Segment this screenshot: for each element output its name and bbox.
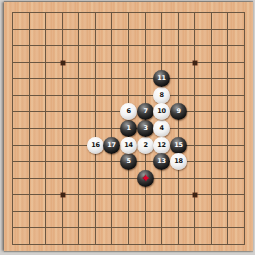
stone-white-14: 14 <box>120 137 137 154</box>
stone-black-13: 13 <box>153 153 170 170</box>
grid-line-vertical <box>227 12 228 245</box>
stone-white-6: 6 <box>120 103 137 120</box>
stone-black-7: 7 <box>137 103 154 120</box>
stone-white-12: 12 <box>153 137 170 154</box>
star-point <box>193 61 197 65</box>
move-number: 1 <box>126 125 130 132</box>
move-number: 13 <box>157 158 165 165</box>
stone-black-1: 1 <box>120 120 137 137</box>
stone-white-16: 16 <box>87 137 104 154</box>
move-number: 12 <box>157 142 165 149</box>
move-number: 18 <box>174 158 182 165</box>
stone-black-19: ✦ <box>137 170 154 187</box>
stone-white-2: 2 <box>137 137 154 154</box>
move-number: 14 <box>124 142 132 149</box>
move-number: 9 <box>176 108 180 115</box>
stone-black-11: 11 <box>153 70 170 87</box>
grid-line-horizontal <box>12 227 245 228</box>
stone-black-5: 5 <box>120 153 137 170</box>
move-number: 6 <box>126 108 130 115</box>
move-number: 15 <box>174 142 182 149</box>
last-move-marker-icon: ✦ <box>141 173 150 184</box>
stone-white-4: 4 <box>153 120 170 137</box>
star-point <box>61 61 65 65</box>
move-number: 5 <box>126 158 130 165</box>
grid-line-vertical <box>211 12 212 245</box>
stone-black-17: 17 <box>103 137 120 154</box>
grid-line-horizontal <box>12 244 245 245</box>
stone-white-10: 10 <box>153 103 170 120</box>
move-number: 2 <box>143 142 147 149</box>
move-number: 16 <box>91 142 99 149</box>
move-number: 17 <box>107 142 115 149</box>
star-point <box>193 193 197 197</box>
stone-black-15: 15 <box>170 137 187 154</box>
move-number: 3 <box>143 125 147 132</box>
stone-black-9: 9 <box>170 103 187 120</box>
grid-line-vertical <box>244 12 245 245</box>
move-number: 10 <box>157 108 165 115</box>
move-number: 8 <box>159 92 163 99</box>
move-number: 7 <box>143 108 147 115</box>
gomoku-app: 123456789101112131415161718✦ <box>0 0 255 255</box>
stone-white-18: 18 <box>170 153 187 170</box>
star-point <box>61 193 65 197</box>
move-number: 4 <box>159 125 163 132</box>
stone-white-8: 8 <box>153 87 170 104</box>
move-number: 11 <box>157 75 165 82</box>
stone-black-3: 3 <box>137 120 154 137</box>
